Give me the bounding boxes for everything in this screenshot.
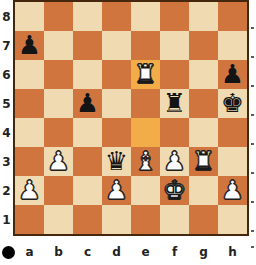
edge-tick: [251, 114, 254, 116]
square-b6[interactable]: [44, 60, 73, 89]
square-c1[interactable]: [73, 205, 102, 234]
square-g6[interactable]: [189, 60, 218, 89]
square-g7[interactable]: [189, 31, 218, 60]
rank-label-2: 2: [0, 176, 13, 205]
file-label-e: e: [131, 243, 160, 261]
side-to-move-indicator: [2, 246, 15, 259]
square-e4[interactable]: [131, 118, 160, 147]
square-d8[interactable]: [102, 2, 131, 31]
square-c6[interactable]: [73, 60, 102, 89]
square-a2[interactable]: ♟: [15, 176, 44, 205]
square-a8[interactable]: [15, 2, 44, 31]
rank-label-5: 5: [0, 89, 13, 118]
square-c8[interactable]: [73, 2, 102, 31]
square-f2[interactable]: ♚: [160, 176, 189, 205]
square-f3[interactable]: ♟: [160, 147, 189, 176]
square-b1[interactable]: [44, 205, 73, 234]
white-bishop-e3[interactable]: ♝: [134, 148, 157, 174]
square-h3[interactable]: [218, 147, 247, 176]
file-label-g: g: [189, 243, 218, 261]
white-rook-g3[interactable]: ♜: [192, 148, 215, 174]
black-pawn-h6[interactable]: ♟: [221, 61, 244, 87]
square-c7[interactable]: [73, 31, 102, 60]
square-d4[interactable]: [102, 118, 131, 147]
edge-tick: [251, 27, 254, 29]
rank-labels: 87654321: [0, 2, 13, 234]
square-a3[interactable]: [15, 147, 44, 176]
file-label-f: f: [160, 243, 189, 261]
edge-tick: [251, 230, 254, 232]
square-g1[interactable]: [189, 205, 218, 234]
white-king-f2[interactable]: ♚: [163, 177, 186, 203]
file-label-a: a: [15, 243, 44, 261]
file-label-b: b: [44, 243, 73, 261]
square-b8[interactable]: [44, 2, 73, 31]
square-d3[interactable]: ♛: [102, 147, 131, 176]
square-a4[interactable]: [15, 118, 44, 147]
file-label-c: c: [73, 243, 102, 261]
square-e6[interactable]: ♜: [131, 60, 160, 89]
square-h6[interactable]: ♟: [218, 60, 247, 89]
white-pawn-a2[interactable]: ♟: [18, 177, 41, 203]
square-f7[interactable]: [160, 31, 189, 60]
white-pawn-b3[interactable]: ♟: [47, 148, 70, 174]
square-f1[interactable]: [160, 205, 189, 234]
square-b2[interactable]: [44, 176, 73, 205]
chess-app: 87654321 ♟♜♟♟♜♚♟♛♝♟♜♟♟♚♟ abcdefgh: [0, 0, 256, 265]
square-d1[interactable]: [102, 205, 131, 234]
square-f6[interactable]: [160, 60, 189, 89]
square-f4[interactable]: [160, 118, 189, 147]
square-e2[interactable]: [131, 176, 160, 205]
edge-tick: [251, 56, 254, 58]
square-h4[interactable]: [218, 118, 247, 147]
white-pawn-h2[interactable]: ♟: [221, 177, 244, 203]
square-g5[interactable]: [189, 89, 218, 118]
square-d7[interactable]: [102, 31, 131, 60]
square-g8[interactable]: [189, 2, 218, 31]
square-e1[interactable]: [131, 205, 160, 234]
square-b3[interactable]: ♟: [44, 147, 73, 176]
square-c3[interactable]: [73, 147, 102, 176]
white-pawn-f3[interactable]: ♟: [163, 148, 186, 174]
square-d5[interactable]: [102, 89, 131, 118]
edge-tick: [251, 172, 254, 174]
square-h1[interactable]: [218, 205, 247, 234]
file-label-h: h: [218, 243, 247, 261]
edge-tick: [251, 201, 254, 203]
square-a7[interactable]: ♟: [15, 31, 44, 60]
edge-tick: [251, 85, 254, 87]
rank-label-4: 4: [0, 118, 13, 147]
black-rook-f5[interactable]: ♜: [163, 90, 186, 116]
square-g4[interactable]: [189, 118, 218, 147]
white-rook-e6[interactable]: ♜: [134, 61, 157, 87]
square-b4[interactable]: [44, 118, 73, 147]
rank-label-8: 8: [0, 2, 13, 31]
edge-tick: [251, 143, 254, 145]
rank-label-7: 7: [0, 31, 13, 60]
square-d6[interactable]: [102, 60, 131, 89]
black-king-h5[interactable]: ♚: [221, 90, 244, 116]
board-frame: ♟♜♟♟♜♚♟♛♝♟♜♟♟♚♟: [13, 0, 249, 236]
square-e5[interactable]: [131, 89, 160, 118]
file-label-d: d: [102, 243, 131, 261]
square-b5[interactable]: [44, 89, 73, 118]
square-g2[interactable]: [189, 176, 218, 205]
square-e8[interactable]: [131, 2, 160, 31]
square-b7[interactable]: [44, 31, 73, 60]
square-h8[interactable]: [218, 2, 247, 31]
square-e7[interactable]: [131, 31, 160, 60]
square-h7[interactable]: [218, 31, 247, 60]
edge-tick: [251, 246, 254, 248]
square-a6[interactable]: [15, 60, 44, 89]
square-h2[interactable]: ♟: [218, 176, 247, 205]
rank-label-1: 1: [0, 205, 13, 234]
square-g3[interactable]: ♜: [189, 147, 218, 176]
white-pawn-d2[interactable]: ♟: [105, 177, 128, 203]
square-h5[interactable]: ♚: [218, 89, 247, 118]
square-c2[interactable]: [73, 176, 102, 205]
rank-label-6: 6: [0, 60, 13, 89]
black-pawn-a7[interactable]: ♟: [18, 32, 41, 58]
square-c4[interactable]: [73, 118, 102, 147]
square-a1[interactable]: [15, 205, 44, 234]
chess-board[interactable]: ♟♜♟♟♜♚♟♛♝♟♜♟♟♚♟: [15, 2, 247, 234]
black-pawn-c5[interactable]: ♟: [76, 90, 99, 116]
square-f5[interactable]: ♜: [160, 89, 189, 118]
file-labels: abcdefgh: [15, 243, 247, 261]
rank-label-3: 3: [0, 147, 13, 176]
square-f8[interactable]: [160, 2, 189, 31]
square-d2[interactable]: ♟: [102, 176, 131, 205]
square-e3[interactable]: ♝: [131, 147, 160, 176]
square-c5[interactable]: ♟: [73, 89, 102, 118]
black-queen-d3[interactable]: ♛: [105, 148, 128, 174]
square-a5[interactable]: [15, 89, 44, 118]
